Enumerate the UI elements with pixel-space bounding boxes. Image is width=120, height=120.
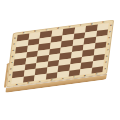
coordinate-label: 1: [8, 80, 10, 82]
coordinate-label: 2: [105, 62, 107, 64]
coordinate-label: 4: [107, 49, 109, 51]
coordinate-label: 7: [109, 31, 111, 33]
coordinate-label: 6: [108, 37, 110, 39]
chess-board: abcdefgh abcdefgh 87654321 87654321: [5, 20, 114, 93]
coordinate-label: 3: [10, 68, 12, 70]
coordinate-label: 4: [11, 62, 13, 64]
coordinate-label: 8: [110, 25, 112, 27]
chessboard-product-photo: abcdefgh abcdefgh 87654321 87654321: [0, 0, 120, 120]
coordinate-label: 1: [104, 68, 106, 70]
coordinate-label: 7: [13, 44, 15, 46]
coordinate-label: 2: [9, 74, 11, 76]
coordinate-label: 8: [14, 37, 16, 39]
coordinate-label: 3: [106, 55, 108, 57]
coordinate-label: 5: [107, 43, 109, 45]
coordinate-label: 5: [11, 56, 13, 58]
coordinate-label: 6: [12, 50, 14, 52]
